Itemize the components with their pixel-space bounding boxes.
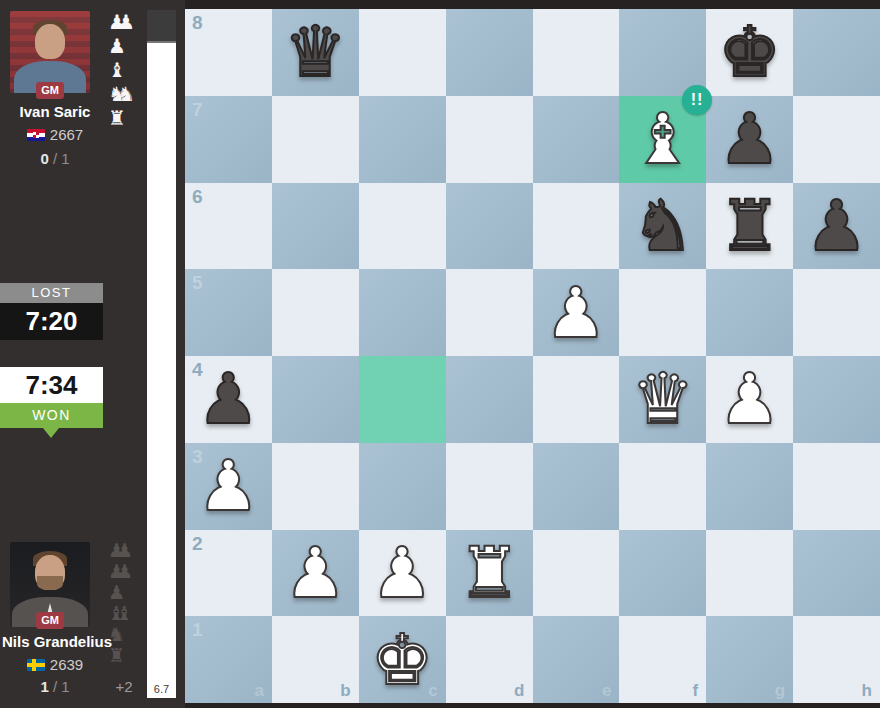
piece-white-pawn[interactable]: ♟	[284, 538, 347, 608]
captured-group: ♞♞	[108, 82, 148, 106]
square-b7[interactable]	[272, 96, 359, 183]
square-c1[interactable]: c♚	[359, 616, 446, 703]
score-top-main: 0	[40, 150, 48, 167]
rating-top: 2667	[50, 126, 83, 143]
rating-row-bottom: 2639	[0, 656, 110, 673]
square-c2[interactable]: ♟	[359, 530, 446, 617]
file-label-h: h	[862, 681, 872, 701]
chess-broadcast-app: GM Ivan Saric 2667 0 / 1 ♟♟♟♝♞♞♜ LOST 7:…	[0, 0, 880, 708]
avatar-head	[35, 24, 65, 59]
square-d2[interactable]: ♜	[446, 530, 533, 617]
chess-board: !! 8♛♚7♝♟6♞♜♟5♟4♟♛♟3♟2♟♟♜1abc♚defgh	[185, 9, 880, 703]
gm-badge-bottom: GM	[36, 612, 64, 629]
piece-white-pawn[interactable]: ♟	[371, 538, 434, 608]
captured-pieces-top: ♟♟♟♝♞♞♜	[108, 10, 148, 130]
captured-pawn-icon: ♟	[108, 581, 125, 603]
square-a2[interactable]: 2	[185, 530, 272, 617]
square-f5[interactable]	[619, 269, 706, 356]
square-a1[interactable]: 1a	[185, 616, 272, 703]
result-badge-lost: LOST	[0, 283, 103, 303]
square-d8[interactable]	[446, 9, 533, 96]
captured-group: ♟♟	[108, 561, 148, 582]
square-b3[interactable]	[272, 443, 359, 530]
file-label-e: e	[602, 681, 611, 701]
rating-bottom: 2639	[50, 656, 83, 673]
square-h2[interactable]	[793, 530, 880, 617]
square-a3[interactable]: 3♟	[185, 443, 272, 530]
square-g5[interactable]	[706, 269, 793, 356]
square-e6[interactable]	[533, 183, 620, 270]
square-e5[interactable]: ♟	[533, 269, 620, 356]
captured-group: ♟♟	[108, 540, 148, 561]
square-d5[interactable]	[446, 269, 533, 356]
square-d1[interactable]: d	[446, 616, 533, 703]
eval-bar: 6.7	[147, 10, 176, 698]
captured-pawn-icon: ♟	[116, 560, 133, 582]
piece-black-pawn[interactable]: ♟	[197, 364, 260, 434]
square-d7[interactable]	[446, 96, 533, 183]
square-h8[interactable]	[793, 9, 880, 96]
square-e1[interactable]: e	[533, 616, 620, 703]
square-h5[interactable]	[793, 269, 880, 356]
clock-bottom: 7:34	[0, 367, 103, 403]
rank-label-1: 1	[192, 619, 203, 641]
file-label-a: a	[254, 681, 263, 701]
piece-black-pawn[interactable]: ♟	[718, 104, 781, 174]
square-e8[interactable]	[533, 9, 620, 96]
piece-black-rook[interactable]: ♜	[718, 191, 781, 261]
gm-badge-top: GM	[36, 82, 64, 99]
square-a8[interactable]: 8	[185, 9, 272, 96]
square-c8[interactable]	[359, 9, 446, 96]
file-label-d: d	[514, 681, 524, 701]
piece-white-pawn[interactable]: ♟	[718, 364, 781, 434]
score-bottom-main: 1	[40, 678, 48, 695]
score-top: 0 / 1	[0, 150, 110, 167]
eval-bar-black-share	[147, 10, 176, 43]
captured-pawn-icon: ♟	[116, 539, 133, 561]
square-d4[interactable]	[446, 356, 533, 443]
captured-bishop-icon: ♝	[108, 58, 126, 82]
avatar-top-player	[10, 11, 90, 93]
square-a4[interactable]: 4♟	[185, 356, 272, 443]
square-b1[interactable]: b	[272, 616, 359, 703]
square-g7[interactable]: ♟	[706, 96, 793, 183]
captured-group: ♜	[108, 106, 148, 130]
square-d6[interactable]	[446, 183, 533, 270]
clock-top: 7:20	[0, 303, 103, 340]
avatar-beard	[37, 576, 63, 590]
player-name-top: Ivan Saric	[0, 103, 110, 120]
square-f3[interactable]	[619, 443, 706, 530]
square-a7[interactable]: 7	[185, 96, 272, 183]
rank-label-6: 6	[192, 186, 203, 208]
captured-group: ♜	[108, 645, 148, 666]
square-b5[interactable]	[272, 269, 359, 356]
square-d3[interactable]	[446, 443, 533, 530]
piece-white-king[interactable]: ♚	[371, 625, 434, 695]
square-e2[interactable]	[533, 530, 620, 617]
square-h4[interactable]	[793, 356, 880, 443]
sweden-flag-icon	[27, 659, 45, 671]
square-g6[interactable]: ♜	[706, 183, 793, 270]
file-label-f: f	[693, 681, 699, 701]
captured-group: ♞	[108, 624, 148, 645]
piece-black-king[interactable]: ♚	[718, 17, 781, 87]
piece-white-queen[interactable]: ♛	[631, 364, 694, 434]
captured-rook-icon: ♜	[108, 644, 125, 666]
rank-label-5: 5	[192, 272, 203, 294]
score-bottom: 1 / 1	[0, 678, 110, 695]
square-c7[interactable]	[359, 96, 446, 183]
piece-black-queen[interactable]: ♛	[284, 17, 347, 87]
score-top-total: / 1	[49, 150, 70, 167]
square-g4[interactable]: ♟	[706, 356, 793, 443]
square-e3[interactable]	[533, 443, 620, 530]
material-advantage: +2	[104, 678, 144, 695]
square-c5[interactable]	[359, 269, 446, 356]
captured-bishop-icon: ♝	[116, 602, 133, 624]
piece-black-pawn[interactable]: ♟	[805, 191, 868, 261]
square-f1[interactable]: f	[619, 616, 706, 703]
result-badge-won: WON	[0, 403, 103, 428]
square-f4[interactable]: ♛	[619, 356, 706, 443]
piece-white-pawn[interactable]: ♟	[197, 451, 260, 521]
square-h3[interactable]	[793, 443, 880, 530]
captured-knight-icon: ♞	[117, 82, 135, 106]
square-f8[interactable]	[619, 9, 706, 96]
player-name-bottom: Nils Grandelius	[0, 633, 116, 650]
square-b6[interactable]	[272, 183, 359, 270]
captured-group: ♟	[108, 34, 148, 58]
square-h6[interactable]: ♟	[793, 183, 880, 270]
square-g3[interactable]	[706, 443, 793, 530]
square-b2[interactable]: ♟	[272, 530, 359, 617]
square-a5[interactable]: 5	[185, 269, 272, 356]
square-g1[interactable]: g	[706, 616, 793, 703]
file-label-g: g	[775, 681, 785, 701]
file-label-b: b	[340, 681, 350, 701]
rank-label-7: 7	[192, 99, 203, 121]
square-c4[interactable]	[359, 356, 446, 443]
captured-knight-icon: ♞	[108, 623, 125, 645]
rank-label-8: 8	[192, 12, 203, 34]
eval-number: 6.7	[147, 683, 176, 695]
piece-white-bishop[interactable]: ♝	[631, 104, 694, 174]
captured-group: ♝	[108, 58, 148, 82]
square-g8[interactable]: ♚	[706, 9, 793, 96]
square-c6[interactable]	[359, 183, 446, 270]
captured-group: ♝♝	[108, 603, 148, 624]
captured-group: ♟	[108, 582, 148, 603]
piece-black-knight[interactable]: ♞	[631, 191, 694, 261]
captured-pawn-icon: ♟	[117, 10, 135, 34]
captured-pawn-icon: ♟	[108, 34, 126, 58]
captured-rook-icon: ♜	[108, 106, 126, 130]
captured-group: ♟♟	[108, 10, 148, 34]
square-e4[interactable]	[533, 356, 620, 443]
sidebar: GM Ivan Saric 2667 0 / 1 ♟♟♟♝♞♞♜ LOST 7:…	[0, 0, 185, 708]
croatia-flag-icon	[27, 129, 45, 141]
rating-row-top: 2667	[0, 126, 110, 143]
square-g2[interactable]	[706, 530, 793, 617]
piece-white-pawn[interactable]: ♟	[545, 278, 608, 348]
square-b8[interactable]: ♛	[272, 9, 359, 96]
piece-white-rook[interactable]: ♜	[458, 538, 521, 608]
square-b4[interactable]	[272, 356, 359, 443]
rank-label-2: 2	[192, 533, 203, 555]
square-c3[interactable]	[359, 443, 446, 530]
square-f6[interactable]: ♞	[619, 183, 706, 270]
square-f2[interactable]	[619, 530, 706, 617]
square-a6[interactable]: 6	[185, 183, 272, 270]
brilliant-move-badge: !!	[682, 85, 712, 115]
captured-pieces-bottom: ♟♟♟♟♟♝♝♞♜	[108, 540, 148, 666]
square-h7[interactable]	[793, 96, 880, 183]
score-bottom-total: / 1	[49, 678, 70, 695]
square-e7[interactable]	[533, 96, 620, 183]
square-h1[interactable]: h	[793, 616, 880, 703]
